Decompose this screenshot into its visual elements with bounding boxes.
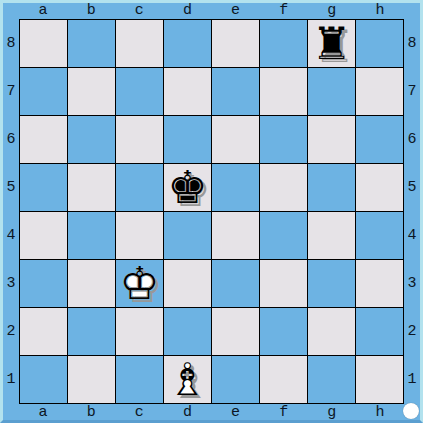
file-labels-top: abcdefgh <box>19 2 404 18</box>
square-b1[interactable] <box>68 356 115 403</box>
piece-glyph: ♗ <box>164 356 211 403</box>
square-g6[interactable] <box>308 116 355 163</box>
square-f8[interactable] <box>260 20 307 67</box>
file-label-bottom-f: f <box>260 404 308 420</box>
file-label-top-e: e <box>212 2 260 18</box>
square-f5[interactable] <box>260 164 307 211</box>
square-g2[interactable] <box>308 308 355 355</box>
white-to-move-indicator <box>403 403 419 419</box>
square-a6[interactable] <box>20 116 67 163</box>
square-h4[interactable] <box>356 212 403 259</box>
square-e6[interactable] <box>212 116 259 163</box>
file-label-top-a: a <box>19 2 67 18</box>
square-a4[interactable] <box>20 212 67 259</box>
square-e7[interactable] <box>212 68 259 115</box>
piece-fill: ♝ <box>164 356 211 403</box>
square-g3[interactable] <box>308 260 355 307</box>
file-label-bottom-a: a <box>19 404 67 420</box>
square-f1[interactable] <box>260 356 307 403</box>
square-a2[interactable] <box>20 308 67 355</box>
square-f3[interactable] <box>260 260 307 307</box>
square-b7[interactable] <box>68 68 115 115</box>
square-a3[interactable] <box>20 260 67 307</box>
square-b4[interactable] <box>68 212 115 259</box>
piece-fill: ♜ <box>308 20 355 67</box>
square-h3[interactable] <box>356 260 403 307</box>
rank-label-left-5: 5 <box>3 163 19 211</box>
square-g7[interactable] <box>308 68 355 115</box>
piece-black-rook[interactable]: ♜♜ <box>308 20 355 67</box>
square-b6[interactable] <box>68 116 115 163</box>
square-c1[interactable] <box>116 356 163 403</box>
square-c8[interactable] <box>116 20 163 67</box>
square-h2[interactable] <box>356 308 403 355</box>
square-f7[interactable] <box>260 68 307 115</box>
file-label-top-h: h <box>356 2 404 18</box>
square-g5[interactable] <box>308 164 355 211</box>
square-d5[interactable]: ♚♚ <box>164 164 211 211</box>
rank-labels-right: 87654321 <box>404 19 420 404</box>
square-c2[interactable] <box>116 308 163 355</box>
rank-label-left-7: 7 <box>3 67 19 115</box>
square-g1[interactable] <box>308 356 355 403</box>
rank-label-right-7: 7 <box>404 67 420 115</box>
rank-label-right-2: 2 <box>404 308 420 356</box>
board: ♜♜♚♚♚♔♝♗ <box>19 19 404 404</box>
piece-glyph: ♚ <box>164 164 211 211</box>
square-a8[interactable] <box>20 20 67 67</box>
file-label-top-f: f <box>260 2 308 18</box>
rank-label-left-4: 4 <box>3 212 19 260</box>
file-label-bottom-e: e <box>212 404 260 420</box>
square-b2[interactable] <box>68 308 115 355</box>
square-c7[interactable] <box>116 68 163 115</box>
rank-label-right-1: 1 <box>404 356 420 404</box>
square-f6[interactable] <box>260 116 307 163</box>
square-e2[interactable] <box>212 308 259 355</box>
square-b3[interactable] <box>68 260 115 307</box>
rank-label-left-6: 6 <box>3 115 19 163</box>
file-label-top-d: d <box>163 2 211 18</box>
rank-label-left-1: 1 <box>3 356 19 404</box>
square-g8[interactable]: ♜♜ <box>308 20 355 67</box>
piece-glyph: ♔ <box>116 260 163 307</box>
file-label-bottom-b: b <box>67 404 115 420</box>
file-label-bottom-c: c <box>115 404 163 420</box>
square-h8[interactable] <box>356 20 403 67</box>
square-h7[interactable] <box>356 68 403 115</box>
square-d1[interactable]: ♝♗ <box>164 356 211 403</box>
file-label-bottom-g: g <box>308 404 356 420</box>
file-label-bottom-d: d <box>163 404 211 420</box>
square-d8[interactable] <box>164 20 211 67</box>
chess-board-frame: abcdefgh abcdefgh 87654321 87654321 ♜♜♚♚… <box>0 0 423 423</box>
piece-fill: ♚ <box>164 164 211 211</box>
square-h6[interactable] <box>356 116 403 163</box>
square-e5[interactable] <box>212 164 259 211</box>
square-a7[interactable] <box>20 68 67 115</box>
square-c6[interactable] <box>116 116 163 163</box>
file-label-top-b: b <box>67 2 115 18</box>
square-c4[interactable] <box>116 212 163 259</box>
square-g4[interactable] <box>308 212 355 259</box>
square-c3[interactable]: ♚♔ <box>116 260 163 307</box>
rank-label-left-3: 3 <box>3 260 19 308</box>
piece-white-bishop[interactable]: ♝♗ <box>164 356 211 403</box>
rank-label-right-3: 3 <box>404 260 420 308</box>
square-d6[interactable] <box>164 116 211 163</box>
square-d2[interactable] <box>164 308 211 355</box>
rank-label-left-8: 8 <box>3 19 19 67</box>
rank-label-left-2: 2 <box>3 308 19 356</box>
square-e3[interactable] <box>212 260 259 307</box>
square-h1[interactable] <box>356 356 403 403</box>
square-e1[interactable] <box>212 356 259 403</box>
rank-label-right-6: 6 <box>404 115 420 163</box>
square-d3[interactable] <box>164 260 211 307</box>
square-b5[interactable] <box>68 164 115 211</box>
file-label-top-c: c <box>115 2 163 18</box>
square-a1[interactable] <box>20 356 67 403</box>
rank-label-right-5: 5 <box>404 163 420 211</box>
rank-label-right-4: 4 <box>404 212 420 260</box>
square-d7[interactable] <box>164 68 211 115</box>
square-e4[interactable] <box>212 212 259 259</box>
square-f2[interactable] <box>260 308 307 355</box>
piece-glyph: ♜ <box>308 20 355 67</box>
rank-labels-left: 87654321 <box>3 19 19 404</box>
piece-fill: ♚ <box>116 260 163 307</box>
file-label-bottom-h: h <box>356 404 404 420</box>
piece-white-king[interactable]: ♚♔ <box>116 260 163 307</box>
square-h5[interactable] <box>356 164 403 211</box>
square-a5[interactable] <box>20 164 67 211</box>
square-d4[interactable] <box>164 212 211 259</box>
square-b8[interactable] <box>68 20 115 67</box>
square-f4[interactable] <box>260 212 307 259</box>
file-label-top-g: g <box>308 2 356 18</box>
square-e8[interactable] <box>212 20 259 67</box>
piece-black-king[interactable]: ♚♚ <box>164 164 211 211</box>
square-c5[interactable] <box>116 164 163 211</box>
file-labels-bottom: abcdefgh <box>19 404 404 420</box>
rank-label-right-8: 8 <box>404 19 420 67</box>
